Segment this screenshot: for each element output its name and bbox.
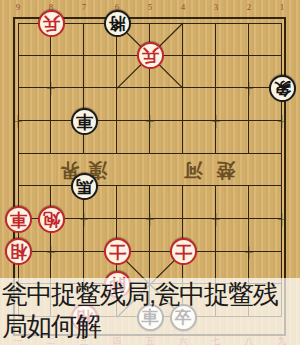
river-character: 河 [184, 157, 203, 183]
red-cannon-piece: 炮 [38, 206, 65, 233]
red-advisor-piece: 士 [104, 238, 131, 265]
point-marker: ┼ [78, 213, 90, 225]
red-advisor-piece: 士 [170, 238, 197, 265]
board-cell [183, 56, 216, 89]
file-label-top: 2 [247, 2, 252, 12]
file-label-top: 3 [214, 2, 219, 12]
red-soldier-piece: 兵 [137, 42, 164, 69]
caption-line-2: 局如何解 [2, 310, 100, 342]
point-marker: ┼ [45, 82, 57, 94]
point-marker: ┼ [210, 115, 222, 127]
point-marker: ┼ [12, 115, 24, 127]
file-label-top: 4 [181, 2, 186, 12]
point-marker: ┼ [144, 115, 156, 127]
board-cell [84, 56, 117, 89]
caption-overlay: 瓮中捉鳖残局,瓮中捉鳖残 局如何解 [0, 278, 300, 345]
board-cell [150, 154, 183, 187]
caption-line-1: 瓮中捉鳖残局,瓮中捉鳖残 [2, 278, 277, 310]
black-general-piece: 將 [104, 10, 131, 37]
point-marker: ┼ [210, 213, 222, 225]
file-label-top: 5 [148, 2, 153, 12]
board-cell [183, 23, 216, 56]
point-marker: ┼ [243, 82, 255, 94]
point-marker: ┼ [276, 213, 288, 225]
file-label-top: 7 [82, 2, 87, 12]
board-cell [249, 154, 282, 187]
point-marker: ┼ [144, 213, 156, 225]
board-cell [216, 23, 249, 56]
red-soldier-piece: 兵 [38, 10, 65, 37]
river-character: 楚 [217, 157, 236, 183]
point-marker: ┼ [45, 246, 57, 258]
board-cell [249, 23, 282, 56]
xiangqi-diagram: 987654321 一二三四五六七八九 界漢河楚 ┼┼┼┼┼┼┼┼┼┼┼┼┼┼ … [0, 0, 300, 345]
red-chariot-piece: 車 [5, 206, 32, 233]
black-chariot-piece: 車 [71, 108, 98, 135]
point-marker: ┼ [276, 115, 288, 127]
board-cell [18, 154, 51, 187]
board-cell [117, 154, 150, 187]
file-label-top: 1 [280, 2, 285, 12]
black-horse-piece: 馬 [71, 173, 98, 200]
red-elephant-piece: 相 [5, 238, 32, 265]
file-label-top: 9 [16, 2, 21, 12]
black-elephant-piece: 象 [269, 75, 296, 102]
point-marker: ┼ [243, 246, 255, 258]
